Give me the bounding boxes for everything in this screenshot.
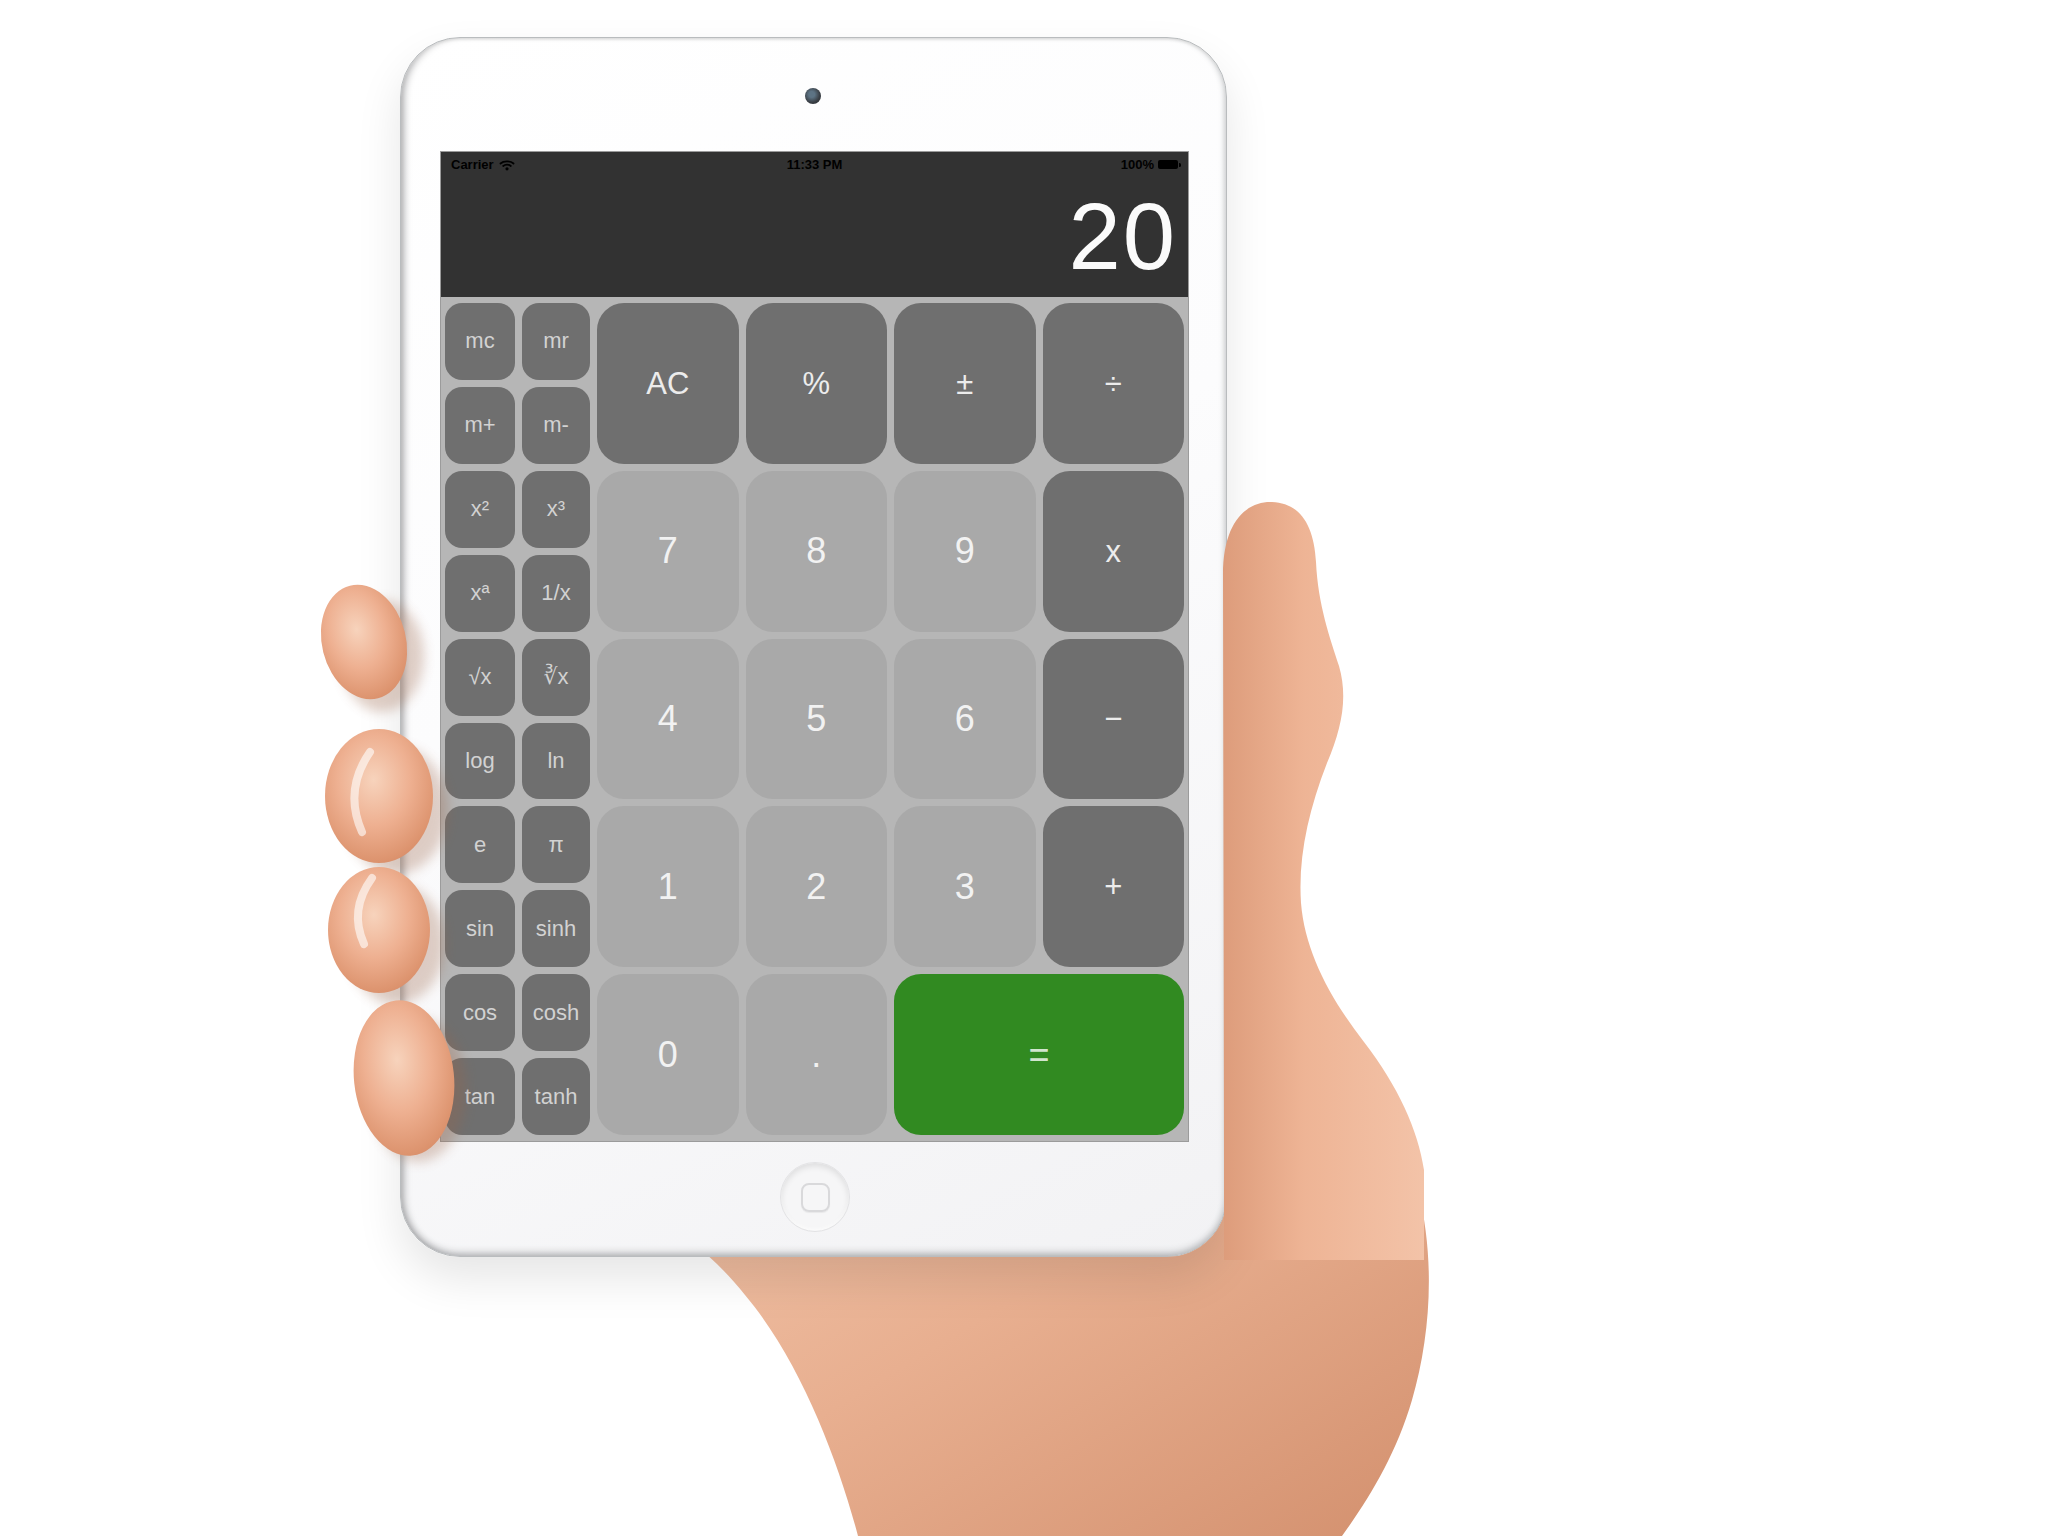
key-x-cubed[interactable]: x³ bbox=[522, 471, 590, 548]
key-mc[interactable]: mc bbox=[445, 303, 515, 380]
ipad-device: Carrier 11:33 PM 100% 20 mc mr bbox=[400, 37, 1227, 1257]
key-9[interactable]: 9 bbox=[894, 471, 1036, 632]
key-sin[interactable]: sin bbox=[445, 890, 515, 967]
key-x-power[interactable]: xª bbox=[445, 555, 515, 632]
key-plus[interactable]: + bbox=[1043, 806, 1185, 967]
key-sqrt[interactable]: √x bbox=[445, 639, 515, 716]
key-multiply[interactable]: x bbox=[1043, 471, 1185, 632]
finger-highlights bbox=[354, 752, 372, 944]
home-button-square-icon bbox=[801, 1183, 830, 1212]
key-6[interactable]: 6 bbox=[894, 639, 1036, 800]
key-5[interactable]: 5 bbox=[746, 639, 888, 800]
battery-icon bbox=[1158, 160, 1178, 169]
status-bar: Carrier 11:33 PM 100% bbox=[441, 152, 1188, 177]
key-pi[interactable]: π bbox=[522, 806, 590, 883]
key-cbrt[interactable]: ∛x bbox=[522, 639, 590, 716]
key-minus[interactable]: − bbox=[1043, 639, 1185, 800]
key-reciprocal[interactable]: 1/x bbox=[522, 555, 590, 632]
display-value: 20 bbox=[1068, 190, 1177, 284]
key-1[interactable]: 1 bbox=[597, 806, 739, 967]
key-tanh[interactable]: tanh bbox=[522, 1058, 590, 1135]
key-3[interactable]: 3 bbox=[894, 806, 1036, 967]
key-plus-minus[interactable]: ± bbox=[894, 303, 1036, 464]
key-tan[interactable]: tan bbox=[445, 1058, 515, 1135]
key-memory-subtract[interactable]: m- bbox=[522, 387, 590, 464]
ipad-screen: Carrier 11:33 PM 100% 20 mc mr bbox=[441, 152, 1188, 1141]
thumb bbox=[1223, 502, 1424, 1260]
key-memory-add[interactable]: m+ bbox=[445, 387, 515, 464]
key-decimal[interactable]: . bbox=[746, 974, 888, 1135]
key-divide[interactable]: ÷ bbox=[1043, 303, 1185, 464]
key-equals[interactable]: = bbox=[894, 974, 1184, 1135]
battery-percent: 100% bbox=[1121, 157, 1154, 172]
key-e[interactable]: e bbox=[445, 806, 515, 883]
key-sinh[interactable]: sinh bbox=[522, 890, 590, 967]
key-7[interactable]: 7 bbox=[597, 471, 739, 632]
key-cosh[interactable]: cosh bbox=[522, 974, 590, 1051]
key-cos[interactable]: cos bbox=[445, 974, 515, 1051]
home-button[interactable] bbox=[780, 1162, 850, 1232]
key-mr[interactable]: mr bbox=[522, 303, 590, 380]
key-x-squared[interactable]: x² bbox=[445, 471, 515, 548]
key-8[interactable]: 8 bbox=[746, 471, 888, 632]
key-4[interactable]: 4 bbox=[597, 639, 739, 800]
key-percent[interactable]: % bbox=[746, 303, 888, 464]
calculator-display: 20 bbox=[441, 177, 1188, 297]
key-2[interactable]: 2 bbox=[746, 806, 888, 967]
key-0[interactable]: 0 bbox=[597, 974, 739, 1135]
status-time: 11:33 PM bbox=[441, 157, 1188, 172]
key-ac[interactable]: AC bbox=[597, 303, 739, 464]
calculator-keypad: mc mr AC % ± ÷ m+ m- x² x³ 7 8 9 x xª 1/… bbox=[441, 297, 1188, 1141]
front-camera-icon bbox=[805, 88, 821, 104]
key-ln[interactable]: ln bbox=[522, 723, 590, 800]
key-log[interactable]: log bbox=[445, 723, 515, 800]
